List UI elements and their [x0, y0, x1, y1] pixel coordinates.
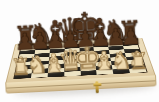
product-photo: ♜♞♝♛♚♝♞♜♟♟♟♟♟♟♟♟♟♟♟♟♟♟♟♟♜♞♝♛♚♝♞♜: [0, 0, 159, 102]
chess-box: ♜♞♝♛♚♝♞♜♟♟♟♟♟♟♟♟♟♟♟♟♟♟♟♟♜♞♝♛♚♝♞♜: [0, 0, 159, 102]
pieces-layer: ♜♞♝♛♚♝♞♜♟♟♟♟♟♟♟♟♟♟♟♟♟♟♟♟♜♞♝♛♚♝♞♜: [0, 0, 159, 102]
piece-black-pawn[interactable]: ♟: [120, 25, 142, 49]
piece-white-rook[interactable]: ♜: [128, 49, 149, 72]
